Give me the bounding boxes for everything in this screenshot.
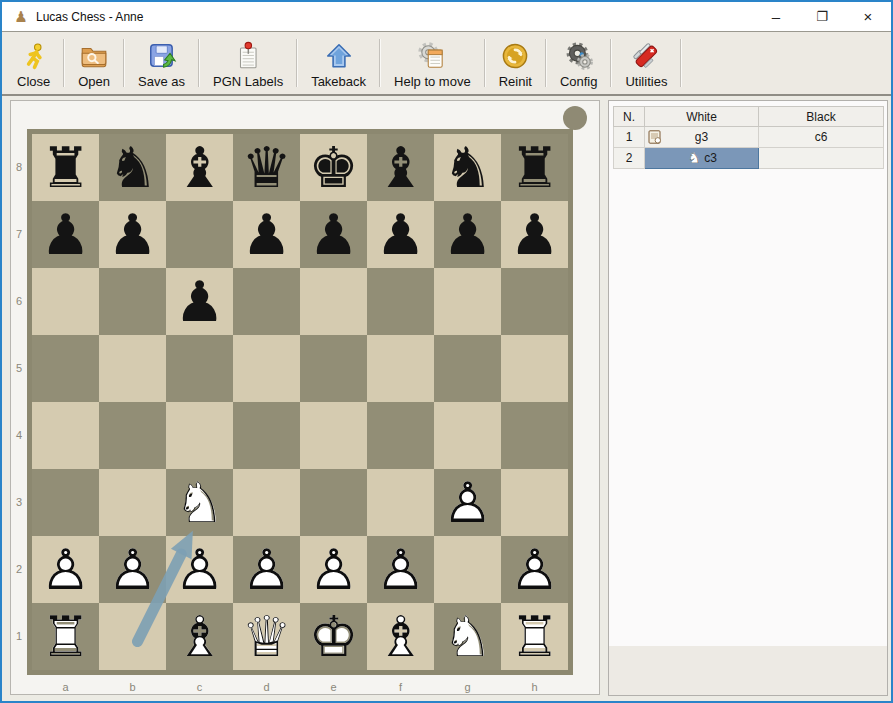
square-g6[interactable] [434,268,501,335]
file-label: c [166,681,233,693]
square-h3[interactable] [501,469,568,536]
file-coordinates: abcdefgh [32,681,568,693]
move-turn-indicator [563,106,587,130]
maximize-button[interactable]: ❐ [799,2,845,31]
square-e2[interactable]: ♟♙ [300,536,367,603]
square-g7[interactable]: ♟ [434,201,501,268]
square-b4[interactable] [99,402,166,469]
help-gear-notepad-icon [417,41,447,71]
square-d8[interactable]: ♛ [233,134,300,201]
move-number-cell: 2 [614,148,645,169]
file-label: f [367,681,434,693]
white-pawn[interactable]: ♟♙ [166,536,233,603]
square-g3[interactable]: ♟♙ [434,469,501,536]
square-h6[interactable] [501,268,568,335]
square-c8[interactable]: ♝ [166,134,233,201]
help-to-move-label: Help to move [394,74,471,89]
square-a3[interactable] [32,469,99,536]
square-f3[interactable] [367,469,434,536]
close-window-button[interactable]: × [845,2,891,31]
square-e3[interactable] [300,469,367,536]
rank-label: 4 [12,402,26,469]
rank-label: 8 [12,134,26,201]
square-e6[interactable] [300,268,367,335]
rank-label: 6 [12,268,26,335]
square-a8[interactable]: ♜ [32,134,99,201]
reinit-refresh-icon [500,41,530,71]
black-pawn[interactable]: ♟ [233,201,300,268]
white-knight-icon: ♞♘ [686,150,702,166]
square-b8[interactable]: ♞ [99,134,166,201]
column-header-number: N. [614,107,645,127]
rank-label: 2 [12,536,26,603]
square-f6[interactable] [367,268,434,335]
square-b7[interactable]: ♟ [99,201,166,268]
move-cell-white-1[interactable]: g3 [645,127,759,148]
reinit-button[interactable]: Reinit [486,32,545,94]
white-king[interactable]: ♚♔ [300,603,367,670]
save-as-button[interactable]: Save as [125,32,198,94]
app-window: ♟ Lucas Chess - Anne – ❐ × Close [0,0,893,703]
file-label: a [32,681,99,693]
file-label: e [300,681,367,693]
utilities-label: Utilities [625,74,667,89]
square-h4[interactable] [501,402,568,469]
white-knight[interactable]: ♞♘ [166,469,233,536]
rank-label: 3 [12,469,26,536]
file-label: h [501,681,568,693]
square-c7[interactable] [166,201,233,268]
square-f1[interactable]: ♝♗ [367,603,434,670]
square-b3[interactable] [99,469,166,536]
move-cell-white-2-selected[interactable]: ♞♘ c3 [645,148,759,169]
square-d4[interactable] [233,402,300,469]
square-g4[interactable] [434,402,501,469]
move-row-2: 2 ♞♘ c3 [614,148,884,169]
square-d6[interactable] [233,268,300,335]
square-b6[interactable] [99,268,166,335]
pgn-labels-label: PGN Labels [213,74,283,89]
square-f5[interactable] [367,335,434,402]
board-panel: 87654321 ♜♞♝♛♚♝♞♜♟♟♟♟♟♟♟♟♞♘♟♙♟♙♟♙♟♙♟♙♟♙♟… [10,100,600,695]
square-c5[interactable] [166,335,233,402]
rank-coordinates: 87654321 [12,134,26,670]
app-pawn-icon: ♟ [13,9,29,25]
window-controls: – ❐ × [753,2,891,31]
square-c4[interactable] [166,402,233,469]
utilities-button[interactable]: Utilities [612,32,680,94]
save-as-label: Save as [138,74,185,89]
black-knight[interactable]: ♞ [434,134,501,201]
square-h8[interactable]: ♜ [501,134,568,201]
square-g5[interactable] [434,335,501,402]
opening-book-icon [648,130,662,144]
chess-board: ♜♞♝♛♚♝♞♜♟♟♟♟♟♟♟♟♞♘♟♙♟♙♟♙♟♙♟♙♟♙♟♙♟♙♜♖♝♗♛♕… [27,129,573,675]
black-bishop[interactable]: ♝ [166,134,233,201]
white-pawn[interactable]: ♟♙ [434,469,501,536]
help-to-move-label: Takeback [311,74,366,89]
rank-label: 1 [12,603,26,670]
config-gears-icon [564,41,594,71]
square-d1[interactable]: ♛♕ [233,603,300,670]
black-queen[interactable]: ♛ [233,134,300,201]
move-number-cell: 1 [614,127,645,148]
square-a2[interactable]: ♟♙ [32,536,99,603]
takeback-up-arrow-icon [324,41,354,71]
square-b1[interactable] [99,603,166,670]
toolbar-separator [680,39,682,87]
moves-panel: N. White Black 1 [608,100,888,696]
black-pawn[interactable]: ♟ [32,201,99,268]
square-h7[interactable]: ♟ [501,201,568,268]
square-g1[interactable]: ♞♘ [434,603,501,670]
white-pawn[interactable]: ♟♙ [367,536,434,603]
file-label: b [99,681,166,693]
reinit-label: Reinit [499,74,532,89]
black-king[interactable]: ♚ [300,134,367,201]
close-label: Close [17,74,50,89]
square-b2[interactable]: ♟♙ [99,536,166,603]
toolbar: Close Open [2,32,891,96]
open-label: Open [78,74,110,89]
white-rook[interactable]: ♜♖ [32,603,99,670]
black-rook[interactable]: ♜ [501,134,568,201]
square-c6[interactable]: ♟ [166,268,233,335]
config-label: Config [560,74,598,89]
square-e5[interactable] [300,335,367,402]
black-pawn[interactable]: ♟ [501,201,568,268]
square-e7[interactable]: ♟ [300,201,367,268]
black-pawn[interactable]: ♟ [166,268,233,335]
square-a4[interactable] [32,402,99,469]
square-d3[interactable] [233,469,300,536]
square-e4[interactable] [300,402,367,469]
white-pawn[interactable]: ♟♙ [300,536,367,603]
square-d2[interactable]: ♟♙ [233,536,300,603]
move-cell-black-1[interactable]: c6 [759,127,884,148]
square-f4[interactable] [367,402,434,469]
rank-label: 5 [12,335,26,402]
square-e1[interactable]: ♚♔ [300,603,367,670]
window-title: Lucas Chess - Anne [36,10,753,24]
white-bishop[interactable]: ♝♗ [367,603,434,670]
close-button[interactable]: Close [4,32,63,94]
pgn-labels-button[interactable]: PGN Labels [200,32,296,94]
open-button[interactable]: Open [65,32,123,94]
moves-table: N. White Black 1 [613,106,884,169]
square-e8[interactable]: ♚ [300,134,367,201]
white-rook[interactable]: ♜♖ [501,603,568,670]
moves-grid-viewport: N. White Black 1 [609,101,887,646]
black-pawn[interactable]: ♟ [434,201,501,268]
square-a1[interactable]: ♜♖ [32,603,99,670]
black-bishop[interactable]: ♝ [367,134,434,201]
white-pawn[interactable]: ♟♙ [32,536,99,603]
square-a5[interactable] [32,335,99,402]
move-text: c3 [704,151,717,165]
file-label: g [434,681,501,693]
takeback-button[interactable]: Takeback [298,32,379,94]
column-header-black: Black [759,107,884,127]
close-exit-icon [19,41,49,71]
white-pawn[interactable]: ♟♙ [99,536,166,603]
pgn-labels-pin-icon [233,41,263,71]
square-c2[interactable]: ♟♙ [166,536,233,603]
square-f7[interactable]: ♟ [367,201,434,268]
square-c1[interactable]: ♝♗ [166,603,233,670]
square-f2[interactable]: ♟♙ [367,536,434,603]
square-f8[interactable]: ♝ [367,134,434,201]
save-floppy-icon [147,41,177,71]
move-row-1: 1 [614,127,884,148]
config-button[interactable]: Config [547,32,611,94]
utilities-knife-icon [631,41,661,71]
white-bishop[interactable]: ♝♗ [166,603,233,670]
square-d7[interactable]: ♟ [233,201,300,268]
move-cell-black-2[interactable] [759,148,884,169]
white-pawn[interactable]: ♟♙ [233,536,300,603]
white-knight[interactable]: ♞♘ [434,603,501,670]
title-bar: ♟ Lucas Chess - Anne – ❐ × [2,2,891,32]
square-g8[interactable]: ♞ [434,134,501,201]
main-area: 87654321 ♜♞♝♛♚♝♞♜♟♟♟♟♟♟♟♟♞♘♟♙♟♙♟♙♟♙♟♙♟♙♟… [2,96,891,701]
black-knight[interactable]: ♞ [99,134,166,201]
minimize-button[interactable]: – [753,2,799,31]
square-d5[interactable] [233,335,300,402]
square-h1[interactable]: ♜♖ [501,603,568,670]
column-header-white: White [645,107,759,127]
square-c3[interactable]: ♞♘ [166,469,233,536]
black-rook[interactable]: ♜ [32,134,99,201]
black-pawn[interactable]: ♟ [99,201,166,268]
square-a7[interactable]: ♟ [32,201,99,268]
square-g2[interactable] [434,536,501,603]
black-pawn[interactable]: ♟ [300,201,367,268]
square-h2[interactable]: ♟♙ [501,536,568,603]
move-text: c6 [815,130,828,144]
white-pawn[interactable]: ♟♙ [501,536,568,603]
rank-label: 7 [12,201,26,268]
square-h5[interactable] [501,335,568,402]
square-a6[interactable] [32,268,99,335]
black-pawn[interactable]: ♟ [367,201,434,268]
file-label: d [233,681,300,693]
white-queen[interactable]: ♛♕ [233,603,300,670]
move-text: g3 [695,130,708,144]
open-folder-icon [79,41,109,71]
help-to-move-button[interactable]: Help to move [381,32,484,94]
square-b5[interactable] [99,335,166,402]
